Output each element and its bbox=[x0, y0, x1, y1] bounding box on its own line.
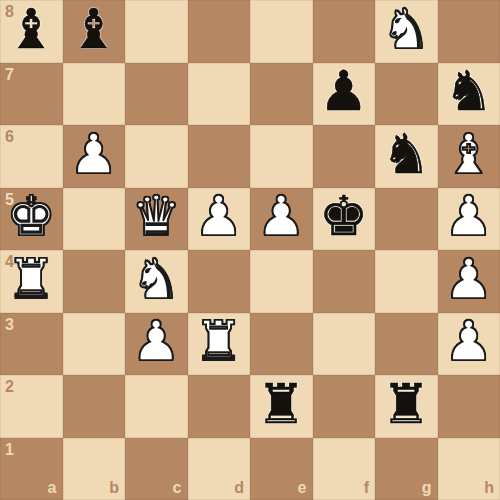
rank-label-1: 1 bbox=[5, 442, 14, 458]
square-c8[interactable] bbox=[125, 0, 188, 63]
square-c6[interactable] bbox=[125, 125, 188, 188]
square-h5[interactable]: ♟ bbox=[438, 188, 500, 251]
square-d7[interactable] bbox=[188, 63, 251, 126]
square-e6[interactable] bbox=[250, 125, 313, 188]
square-g5[interactable] bbox=[375, 188, 438, 251]
piece-white-queen[interactable]: ♛ bbox=[132, 189, 181, 244]
square-h4[interactable]: ♟ bbox=[438, 250, 500, 313]
square-e2[interactable]: ♜ bbox=[250, 375, 313, 438]
piece-black-rook[interactable]: ♜ bbox=[382, 377, 431, 432]
square-a8[interactable]: 8♝ bbox=[0, 0, 63, 63]
square-b1[interactable]: b bbox=[63, 438, 126, 500]
square-b3[interactable] bbox=[63, 313, 126, 376]
rank-label-6: 6 bbox=[5, 129, 14, 145]
square-f7[interactable]: ♟ bbox=[313, 63, 376, 126]
square-c4[interactable]: ♞ bbox=[125, 250, 188, 313]
rank-label-3: 3 bbox=[5, 317, 14, 333]
square-g6[interactable]: ♞ bbox=[375, 125, 438, 188]
piece-white-knight[interactable]: ♞ bbox=[132, 252, 181, 307]
square-g1[interactable]: g bbox=[375, 438, 438, 500]
square-d4[interactable] bbox=[188, 250, 251, 313]
square-b7[interactable] bbox=[63, 63, 126, 126]
square-b5[interactable] bbox=[63, 188, 126, 251]
square-d3[interactable]: ♜ bbox=[188, 313, 251, 376]
square-h7[interactable]: ♞ bbox=[438, 63, 500, 126]
piece-black-rook[interactable]: ♜ bbox=[257, 377, 306, 432]
piece-white-rook[interactable]: ♜ bbox=[194, 314, 243, 369]
square-f1[interactable]: f bbox=[313, 438, 376, 500]
piece-black-pawn[interactable]: ♟ bbox=[319, 64, 368, 119]
square-c7[interactable] bbox=[125, 63, 188, 126]
file-label-f: f bbox=[364, 480, 369, 496]
square-g8[interactable]: ♞ bbox=[375, 0, 438, 63]
square-a7[interactable]: 7 bbox=[0, 63, 63, 126]
square-f8[interactable] bbox=[313, 0, 376, 63]
square-h1[interactable]: h bbox=[438, 438, 500, 500]
square-d1[interactable]: d bbox=[188, 438, 251, 500]
piece-white-bishop[interactable]: ♝ bbox=[444, 127, 493, 182]
square-e3[interactable] bbox=[250, 313, 313, 376]
file-label-e: e bbox=[298, 480, 307, 496]
piece-white-pawn[interactable]: ♟ bbox=[257, 189, 306, 244]
square-a1[interactable]: 1a bbox=[0, 438, 63, 500]
square-b6[interactable]: ♟ bbox=[63, 125, 126, 188]
rank-label-7: 7 bbox=[5, 67, 14, 83]
square-d6[interactable] bbox=[188, 125, 251, 188]
piece-black-knight[interactable]: ♞ bbox=[444, 64, 493, 119]
piece-black-bishop[interactable]: ♝ bbox=[7, 2, 56, 57]
square-e8[interactable] bbox=[250, 0, 313, 63]
piece-white-rook[interactable]: ♜ bbox=[7, 252, 56, 307]
square-e1[interactable]: e bbox=[250, 438, 313, 500]
piece-white-pawn[interactable]: ♟ bbox=[444, 189, 493, 244]
square-d5[interactable]: ♟ bbox=[188, 188, 251, 251]
square-c1[interactable]: c bbox=[125, 438, 188, 500]
piece-white-pawn[interactable]: ♟ bbox=[444, 252, 493, 307]
square-g2[interactable]: ♜ bbox=[375, 375, 438, 438]
file-label-b: b bbox=[109, 480, 119, 496]
square-c3[interactable]: ♟ bbox=[125, 313, 188, 376]
square-a3[interactable]: 3 bbox=[0, 313, 63, 376]
piece-black-king[interactable]: ♚ bbox=[319, 189, 368, 244]
file-label-d: d bbox=[234, 480, 244, 496]
square-g7[interactable] bbox=[375, 63, 438, 126]
square-c5[interactable]: ♛ bbox=[125, 188, 188, 251]
piece-white-pawn[interactable]: ♟ bbox=[194, 189, 243, 244]
file-label-g: g bbox=[422, 480, 432, 496]
square-h2[interactable] bbox=[438, 375, 500, 438]
square-e5[interactable]: ♟ bbox=[250, 188, 313, 251]
square-a6[interactable]: 6 bbox=[0, 125, 63, 188]
piece-white-pawn[interactable]: ♟ bbox=[444, 314, 493, 369]
square-g3[interactable] bbox=[375, 313, 438, 376]
square-c2[interactable] bbox=[125, 375, 188, 438]
square-b4[interactable] bbox=[63, 250, 126, 313]
square-a4[interactable]: 4♜ bbox=[0, 250, 63, 313]
square-h3[interactable]: ♟ bbox=[438, 313, 500, 376]
square-a5[interactable]: 5♚ bbox=[0, 188, 63, 251]
square-a2[interactable]: 2 bbox=[0, 375, 63, 438]
file-label-c: c bbox=[173, 480, 182, 496]
square-f3[interactable] bbox=[313, 313, 376, 376]
piece-black-knight[interactable]: ♞ bbox=[382, 127, 431, 182]
square-b2[interactable] bbox=[63, 375, 126, 438]
square-d2[interactable] bbox=[188, 375, 251, 438]
square-g4[interactable] bbox=[375, 250, 438, 313]
file-label-a: a bbox=[48, 480, 57, 496]
square-e7[interactable] bbox=[250, 63, 313, 126]
piece-white-knight[interactable]: ♞ bbox=[382, 2, 431, 57]
piece-white-king[interactable]: ♚ bbox=[7, 189, 56, 244]
square-b8[interactable]: ♝ bbox=[63, 0, 126, 63]
square-f2[interactable] bbox=[313, 375, 376, 438]
piece-white-pawn[interactable]: ♟ bbox=[69, 127, 118, 182]
chess-board: 8♝♝♞7♟♞6♟♞♝5♚♛♟♟♚♟4♜♞♟3♟♜♟2♜♜1abcdefgh bbox=[0, 0, 500, 500]
square-f4[interactable] bbox=[313, 250, 376, 313]
square-d8[interactable] bbox=[188, 0, 251, 63]
square-h8[interactable] bbox=[438, 0, 500, 63]
piece-black-bishop[interactable]: ♝ bbox=[69, 2, 118, 57]
square-f6[interactable] bbox=[313, 125, 376, 188]
file-label-h: h bbox=[484, 480, 494, 496]
square-h6[interactable]: ♝ bbox=[438, 125, 500, 188]
rank-label-2: 2 bbox=[5, 379, 14, 395]
square-f5[interactable]: ♚ bbox=[313, 188, 376, 251]
square-e4[interactable] bbox=[250, 250, 313, 313]
piece-white-pawn[interactable]: ♟ bbox=[132, 314, 181, 369]
